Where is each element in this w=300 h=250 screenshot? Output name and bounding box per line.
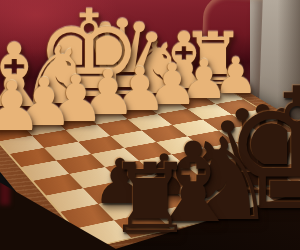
piece-black-rook: ♜ xyxy=(107,151,193,247)
piece-white-bishop: ♝ xyxy=(149,22,219,100)
piece-black-pawn: ♟ xyxy=(92,151,148,213)
piece-white-pawn: ♟ xyxy=(214,51,259,101)
piece-white-bishop: ♝ xyxy=(0,32,53,120)
piece-white-rook: ♜ xyxy=(181,23,246,95)
piece-white-pawn: ♟ xyxy=(146,56,197,113)
chess-photo-scene: ♝♞♚♛♞♝♜♟♟♟♟♟♟♟♟♟♜♟♝♞♛♚ xyxy=(0,0,300,250)
piece-white-queen: ♛ xyxy=(75,6,168,110)
piece-white-pawn: ♟ xyxy=(180,53,228,107)
piece-white-king: ♚ xyxy=(35,0,143,115)
piece-black-queen: ♛ xyxy=(207,90,300,212)
piece-white-pawn: ♟ xyxy=(14,70,73,136)
piece-black-knight: ♞ xyxy=(175,123,277,237)
piece-white-pawn: ♟ xyxy=(113,59,167,119)
piece-white-pawn: ♟ xyxy=(80,62,136,124)
piece-black-bishop: ♝ xyxy=(144,128,243,238)
piece-white-pawn: ♟ xyxy=(0,73,42,141)
piece-white-knight: ♞ xyxy=(120,30,186,104)
piece-white-knight: ♞ xyxy=(20,36,92,116)
piece-black-king: ♚ xyxy=(222,66,300,234)
piece-black-pawn: ♟ xyxy=(139,147,189,203)
piece-white-pawn: ♟ xyxy=(47,67,104,131)
pieces-layer: ♝♞♚♛♞♝♜♟♟♟♟♟♟♟♟♟♜♟♝♞♛♚ xyxy=(0,0,300,250)
